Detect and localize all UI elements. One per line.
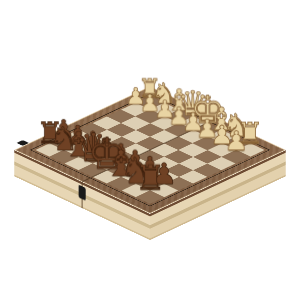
chess-set-photo: ♜♞♝♛♚♝♞♜♟♟♟♟♟♟♟♟♟♟♟♟♟♟♟♟♜♞♝♛♚♝♞♜ [0, 0, 300, 300]
clasp-latch [79, 185, 86, 201]
chess-board: ♜♞♝♛♚♝♞♜♟♟♟♟♟♟♟♟♟♟♟♟♟♟♟♟♜♞♝♛♚♝♞♜ [14, 86, 286, 213]
